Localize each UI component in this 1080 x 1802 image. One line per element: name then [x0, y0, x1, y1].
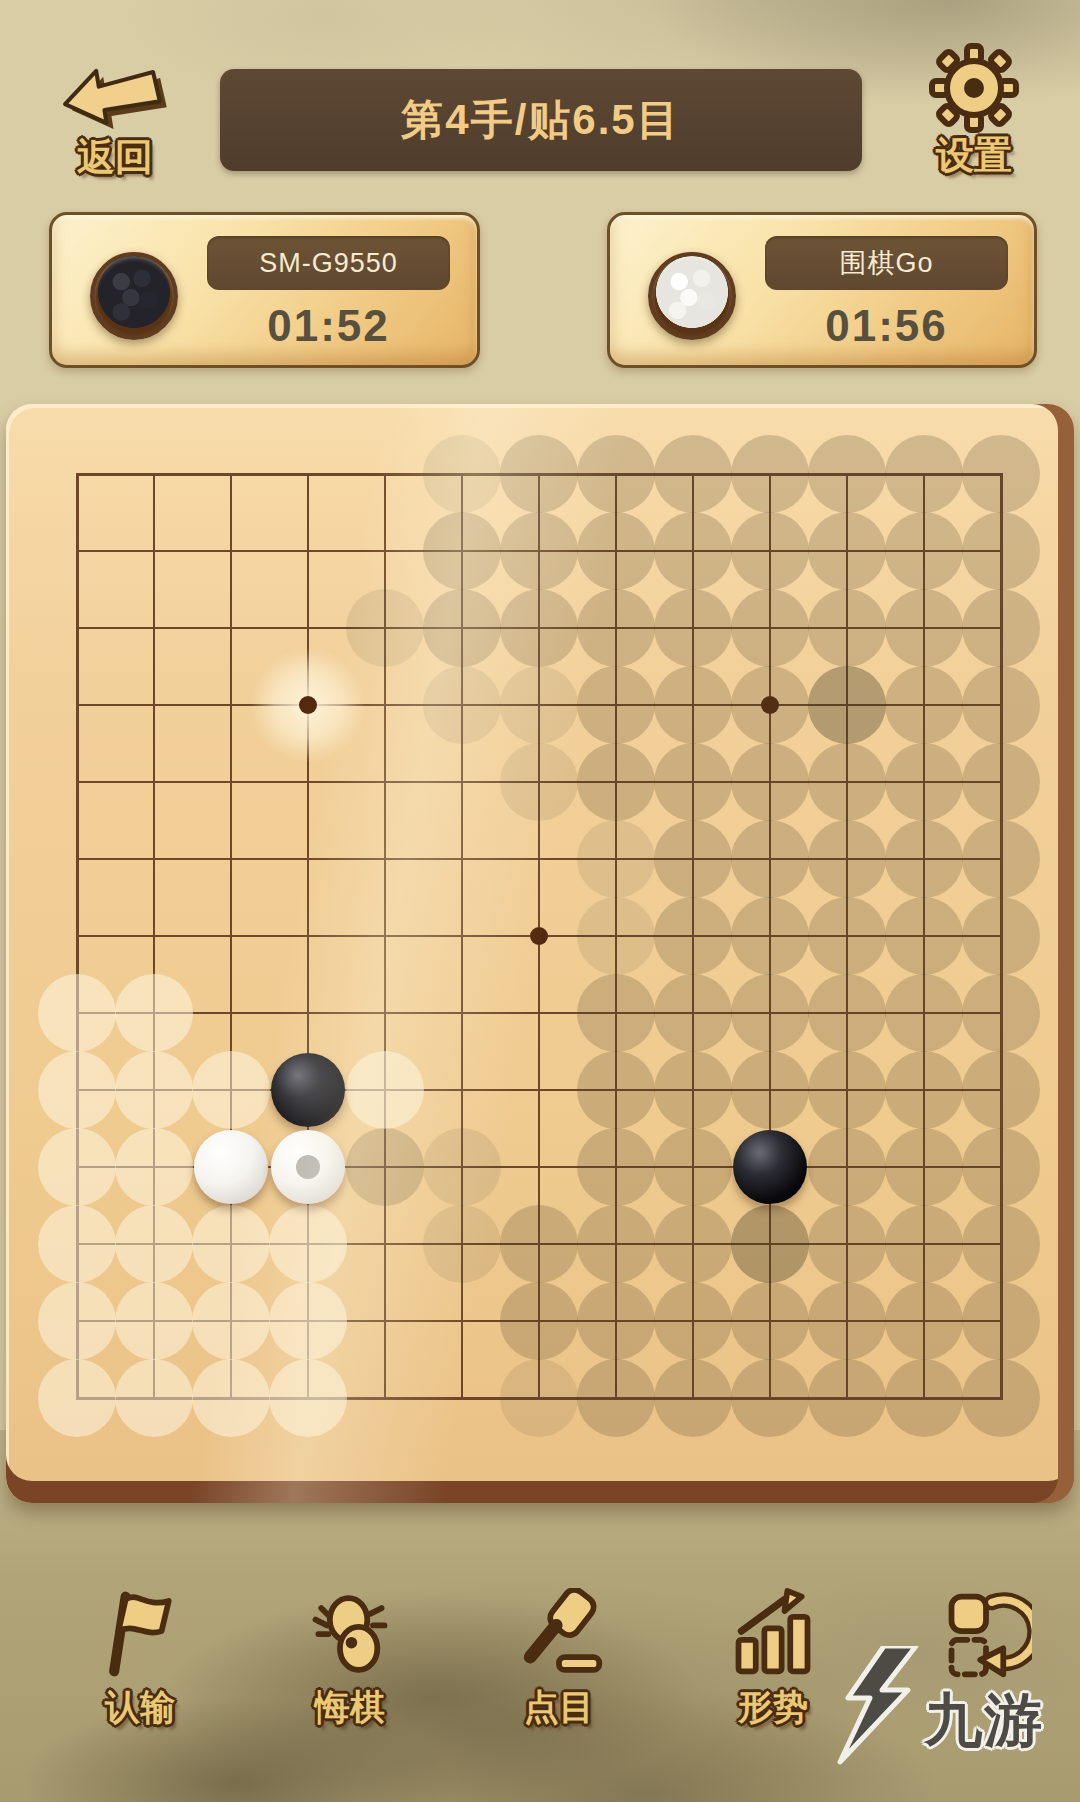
white-influence-mark: [38, 1128, 116, 1206]
settings-button[interactable]: 设置: [916, 44, 1032, 184]
black-influence-mark: [731, 666, 809, 744]
black-influence-mark: [654, 666, 732, 744]
star-point: [299, 696, 317, 714]
white-influence-mark: [38, 974, 116, 1052]
black-influence-mark: [500, 512, 578, 590]
black-influence-mark: [500, 1359, 578, 1437]
black-influence-mark: [500, 1282, 578, 1360]
black-influence-mark: [654, 435, 732, 513]
white-stone-bowl-avatar: [648, 252, 736, 340]
black-influence-mark: [654, 1282, 732, 1360]
black-influence-mark: [500, 743, 578, 821]
black-influence-mark: [885, 897, 963, 975]
black-influence-mark: [731, 435, 809, 513]
black-influence-mark: [577, 589, 655, 667]
white-influence-mark: [269, 1282, 347, 1360]
black-influence-mark: [808, 1051, 886, 1129]
white-player-timer: 01:56: [765, 301, 1008, 351]
black-stone: [733, 1130, 807, 1204]
white-player-name: 围棋Go: [839, 245, 933, 281]
move-status-plate: 第4手/贴6.5目: [220, 69, 862, 171]
black-influence-mark: [654, 1359, 732, 1437]
black-influence-mark: [885, 435, 963, 513]
black-influence-mark: [346, 1128, 424, 1206]
black-influence-mark: [885, 1282, 963, 1360]
black-influence-mark: [731, 897, 809, 975]
black-influence-mark: [654, 974, 732, 1052]
black-influence-mark: [731, 512, 809, 590]
white-influence-mark: [38, 1051, 116, 1129]
go-board[interactable]: [6, 404, 1074, 1503]
black-influence-mark: [885, 1359, 963, 1437]
black-influence-mark: [500, 589, 578, 667]
black-stone: [271, 1053, 345, 1127]
black-influence-mark: [577, 743, 655, 821]
white-influence-mark: [115, 1205, 193, 1283]
black-influence-mark: [808, 666, 886, 744]
white-influence-mark: [115, 1128, 193, 1206]
white-influence-mark: [115, 1051, 193, 1129]
white-stone: [194, 1130, 268, 1204]
resign-button[interactable]: 认输: [65, 1588, 215, 1748]
black-influence-mark: [577, 1359, 655, 1437]
white-influence-mark: [192, 1051, 270, 1129]
black-influence-mark: [962, 1205, 1040, 1283]
black-influence-mark: [885, 512, 963, 590]
black-influence-mark: [500, 435, 578, 513]
undo-label: 悔棋: [275, 1684, 425, 1731]
black-influence-mark: [885, 974, 963, 1052]
black-influence-mark: [808, 589, 886, 667]
black-influence-mark: [808, 1282, 886, 1360]
black-influence-mark: [962, 1282, 1040, 1360]
black-influence-mark: [962, 589, 1040, 667]
black-influence-mark: [885, 743, 963, 821]
black-influence-mark: [654, 820, 732, 898]
black-player-name: SM-G9550: [259, 248, 398, 279]
trend-chart-icon: [727, 1588, 819, 1680]
black-influence-mark: [654, 743, 732, 821]
black-influence-mark: [962, 666, 1040, 744]
back-arrow-icon: [50, 56, 180, 136]
black-influence-mark: [731, 743, 809, 821]
last-move-marker: [296, 1155, 320, 1179]
black-influence-mark: [808, 1205, 886, 1283]
white-influence-mark: [115, 1359, 193, 1437]
black-influence-mark: [731, 1282, 809, 1360]
player-card-white: 围棋Go 01:56: [607, 212, 1037, 368]
player-card-black: SM-G9550 01:52: [49, 212, 480, 368]
white-influence-mark: [192, 1205, 270, 1283]
black-influence-mark: [577, 897, 655, 975]
count-label: 点目: [484, 1684, 634, 1731]
black-influence-mark: [885, 1128, 963, 1206]
white-influence-mark: [38, 1205, 116, 1283]
black-influence-mark: [577, 1051, 655, 1129]
black-influence-mark: [885, 820, 963, 898]
black-influence-mark: [962, 1128, 1040, 1206]
black-player-name-plate: SM-G9550: [207, 236, 450, 290]
black-influence-mark: [654, 512, 732, 590]
count-button[interactable]: 点目: [484, 1588, 634, 1748]
white-influence-mark: [192, 1359, 270, 1437]
white-player-name-plate: 围棋Go: [765, 236, 1008, 290]
black-influence-mark: [346, 589, 424, 667]
black-influence-mark: [731, 1359, 809, 1437]
black-influence-mark: [654, 897, 732, 975]
black-influence-mark: [577, 1128, 655, 1206]
black-influence-mark: [962, 1359, 1040, 1437]
black-influence-mark: [962, 974, 1040, 1052]
black-influence-mark: [808, 1128, 886, 1206]
black-influence-mark: [423, 512, 501, 590]
black-influence-mark: [885, 1205, 963, 1283]
black-influence-mark: [654, 1051, 732, 1129]
black-influence-mark: [577, 1205, 655, 1283]
black-influence-mark: [577, 820, 655, 898]
board-grid[interactable]: [6, 404, 1074, 1503]
resign-label: 认输: [65, 1684, 215, 1731]
undo-button[interactable]: 悔棋: [275, 1588, 425, 1748]
black-influence-mark: [962, 512, 1040, 590]
black-influence-mark: [808, 820, 886, 898]
black-influence-mark: [423, 1128, 501, 1206]
black-influence-mark: [808, 897, 886, 975]
estimate-label: 形势: [698, 1684, 848, 1731]
black-influence-mark: [731, 1205, 809, 1283]
jiuyou-bolt-logo-icon: [836, 1646, 924, 1766]
white-influence-mark: [346, 1051, 424, 1129]
black-influence-mark: [808, 1359, 886, 1437]
undo-stones-icon: [304, 1588, 396, 1680]
resign-flag-icon: [94, 1588, 186, 1680]
star-point: [530, 927, 548, 945]
black-influence-mark: [808, 512, 886, 590]
white-influence-mark: [192, 1282, 270, 1360]
black-influence-mark: [500, 666, 578, 744]
black-influence-mark: [577, 1282, 655, 1360]
black-influence-mark: [423, 666, 501, 744]
settings-label: 设置: [916, 130, 1032, 181]
black-influence-mark: [962, 820, 1040, 898]
jiuyou-watermark: 九游: [836, 1646, 1080, 1776]
black-influence-mark: [423, 435, 501, 513]
white-influence-mark: [269, 1359, 347, 1437]
black-influence-mark: [962, 743, 1040, 821]
black-influence-mark: [577, 435, 655, 513]
black-influence-mark: [577, 974, 655, 1052]
white-influence-mark: [38, 1282, 116, 1360]
white-influence-mark: [115, 1282, 193, 1360]
black-influence-mark: [423, 1205, 501, 1283]
black-influence-mark: [885, 589, 963, 667]
black-influence-mark: [500, 1205, 578, 1283]
black-influence-mark: [885, 1051, 963, 1129]
watermark-text: 九游: [924, 1682, 1044, 1760]
black-influence-mark: [808, 743, 886, 821]
black-influence-mark: [808, 435, 886, 513]
black-influence-mark: [654, 1128, 732, 1206]
black-influence-mark: [577, 666, 655, 744]
back-label: 返回: [50, 132, 180, 183]
black-player-timer: 01:52: [207, 301, 450, 351]
black-influence-mark: [962, 897, 1040, 975]
black-influence-mark: [423, 589, 501, 667]
black-influence-mark: [731, 820, 809, 898]
black-influence-mark: [962, 435, 1040, 513]
white-influence-mark: [269, 1205, 347, 1283]
black-stone-bowl-avatar: [90, 252, 178, 340]
gear-icon: [926, 40, 1022, 136]
estimate-button[interactable]: 形势: [698, 1588, 848, 1748]
black-influence-mark: [731, 1051, 809, 1129]
black-influence-mark: [808, 974, 886, 1052]
black-influence-mark: [731, 589, 809, 667]
white-stone: [271, 1130, 345, 1204]
white-influence-mark: [115, 974, 193, 1052]
black-influence-mark: [577, 512, 655, 590]
white-influence-mark: [38, 1359, 116, 1437]
move-status-text: 第4手/贴6.5目: [401, 92, 680, 148]
gavel-icon: [513, 1588, 605, 1680]
black-influence-mark: [731, 974, 809, 1052]
back-button[interactable]: 返回: [50, 56, 180, 186]
black-influence-mark: [885, 666, 963, 744]
black-influence-mark: [962, 1051, 1040, 1129]
black-influence-mark: [654, 589, 732, 667]
black-influence-mark: [654, 1205, 732, 1283]
